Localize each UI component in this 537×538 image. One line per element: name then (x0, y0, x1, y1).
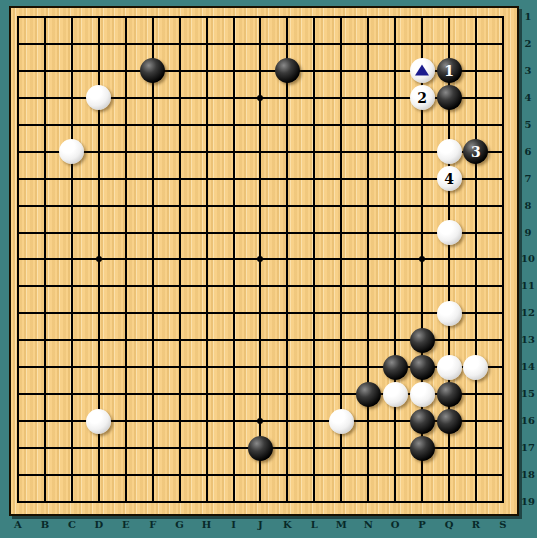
row-label-18: 18 (517, 469, 537, 480)
row-label-6: 6 (517, 146, 537, 157)
row-label-3: 3 (517, 65, 537, 76)
row-label-2: 2 (517, 38, 537, 49)
column-label-f: F (143, 519, 163, 530)
stone-p4[interactable]: 2 (410, 85, 435, 110)
row-label-17: 17 (517, 442, 537, 453)
row-label-19: 19 (517, 496, 537, 507)
row-label-8: 8 (517, 200, 537, 211)
stone-d16[interactable] (86, 409, 111, 434)
column-label-p: P (412, 519, 432, 530)
row-label-9: 9 (517, 227, 537, 238)
column-label-j: J (250, 519, 270, 530)
grid-line-vertical (394, 16, 396, 503)
move-number-label: 4 (444, 172, 454, 186)
grid-line-horizontal (17, 501, 504, 503)
move-number-label: 2 (417, 91, 427, 105)
row-label-10: 10 (517, 253, 537, 264)
column-label-g: G (170, 519, 190, 530)
row-label-11: 11 (517, 280, 537, 291)
stone-j17[interactable] (248, 436, 273, 461)
stone-q9[interactable] (437, 220, 462, 245)
column-label-d: D (89, 519, 109, 530)
column-label-c: C (62, 519, 82, 530)
row-label-7: 7 (517, 173, 537, 184)
row-label-16: 16 (517, 415, 537, 426)
column-label-s: S (493, 519, 513, 530)
row-label-13: 13 (517, 334, 537, 345)
column-label-q: Q (439, 519, 459, 530)
column-label-a: A (8, 519, 28, 530)
stone-m16[interactable] (329, 409, 354, 434)
row-label-15: 15 (517, 388, 537, 399)
stone-p17[interactable] (410, 436, 435, 461)
column-label-m: M (331, 519, 351, 530)
move-number-label: 1 (444, 64, 454, 78)
row-label-14: 14 (517, 361, 537, 372)
stone-q4[interactable] (437, 85, 462, 110)
stone-q6[interactable] (437, 139, 462, 164)
stone-p13[interactable] (410, 328, 435, 353)
stone-q16[interactable] (437, 409, 462, 434)
stone-q3[interactable]: 1 (437, 58, 462, 83)
triangle-marker-icon (415, 64, 429, 75)
column-label-e: E (116, 519, 136, 530)
column-label-n: N (358, 519, 378, 530)
stone-p15[interactable] (410, 382, 435, 407)
stone-o15[interactable] (383, 382, 408, 407)
row-label-5: 5 (517, 119, 537, 130)
stone-p16[interactable] (410, 409, 435, 434)
stone-o14[interactable] (383, 355, 408, 380)
grid-line-horizontal (17, 474, 504, 476)
column-label-h: H (197, 519, 217, 530)
row-label-12: 12 (517, 307, 537, 318)
stone-p14[interactable] (410, 355, 435, 380)
grid-line-vertical (367, 16, 369, 503)
grid-line-vertical (475, 16, 477, 503)
row-label-1: 1 (517, 11, 537, 22)
row-label-4: 4 (517, 92, 537, 103)
stone-q12[interactable] (437, 301, 462, 326)
stone-p3[interactable] (410, 58, 435, 83)
grid-line-horizontal (17, 285, 504, 287)
grid-line-vertical (286, 16, 288, 503)
grid-line-vertical (502, 16, 504, 503)
grid-line-horizontal (17, 312, 504, 314)
column-label-i: I (224, 519, 244, 530)
go-app-background: ABCDEFGHIJKLMNOPQRS123456789101112131415… (0, 0, 537, 538)
move-number-label: 3 (471, 145, 481, 159)
column-label-k: K (277, 519, 297, 530)
grid-line-vertical (313, 16, 315, 503)
stone-q7[interactable]: 4 (437, 166, 462, 191)
column-label-o: O (385, 519, 405, 530)
stone-q15[interactable] (437, 382, 462, 407)
column-label-l: L (304, 519, 324, 530)
column-label-r: R (466, 519, 486, 530)
stone-n15[interactable] (356, 382, 381, 407)
stone-q14[interactable] (437, 355, 462, 380)
column-label-b: B (35, 519, 55, 530)
